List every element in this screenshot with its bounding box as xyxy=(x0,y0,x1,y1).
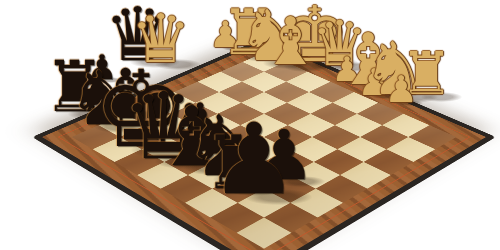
piece-white-pawn-b2[interactable]: ♟ xyxy=(383,75,419,103)
piece-black-pawn-a7[interactable]: ♟ xyxy=(206,122,302,196)
product-photo-scene: ♟♜♛♞♚♛♝♛♟♟♝♟♞♜♟♜♝♞♟♚♛♝♞♟♜♟ xyxy=(0,0,500,250)
